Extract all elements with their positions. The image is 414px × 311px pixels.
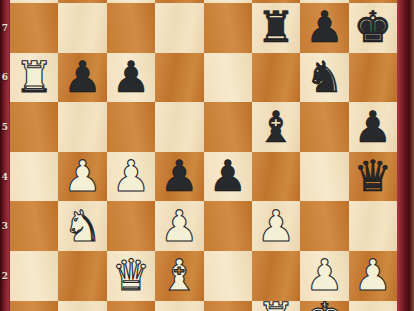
board-left-border — [0, 0, 10, 311]
square-c1[interactable] — [107, 301, 155, 311]
square-e3[interactable] — [204, 201, 252, 251]
piece-black-bishop-f5[interactable]: ♝ — [257, 106, 296, 149]
piece-black-pawn-e4[interactable]: ♟ — [208, 155, 247, 198]
piece-black-pawn-c6[interactable]: ♟ — [112, 56, 151, 99]
piece-white-pawn-c4[interactable]: ♟ — [112, 155, 151, 198]
square-e7[interactable] — [204, 3, 252, 53]
piece-black-queen-h4[interactable]: ♛ — [354, 155, 393, 198]
square-g3[interactable] — [300, 201, 348, 251]
square-b2[interactable] — [58, 251, 106, 301]
rank-label-4: 4 — [0, 171, 10, 183]
square-h6[interactable] — [349, 53, 397, 103]
piece-white-pawn-g2[interactable]: ♟ — [305, 254, 344, 297]
square-g5[interactable] — [300, 102, 348, 152]
square-f1[interactable]: ♜ — [252, 301, 300, 311]
square-a7[interactable] — [10, 3, 58, 53]
square-d4[interactable]: ♟ — [155, 152, 203, 202]
square-c6[interactable]: ♟ — [107, 53, 155, 103]
rank-label-7: 7 — [0, 22, 10, 34]
square-a3[interactable] — [10, 201, 58, 251]
square-e2[interactable] — [204, 251, 252, 301]
square-d6[interactable] — [155, 53, 203, 103]
piece-white-rook-a6[interactable]: ♜ — [15, 56, 54, 99]
rank-label-3: 3 — [0, 220, 10, 232]
square-a4[interactable] — [10, 152, 58, 202]
piece-white-pawn-f3[interactable]: ♟ — [257, 205, 296, 248]
piece-black-pawn-d4[interactable]: ♟ — [160, 155, 199, 198]
piece-black-pawn-g7[interactable]: ♟ — [305, 6, 344, 49]
piece-black-knight-g6[interactable]: ♞ — [305, 56, 344, 99]
rank-label-5: 5 — [0, 121, 10, 133]
square-e1[interactable] — [204, 301, 252, 311]
square-b3[interactable]: ♞ — [58, 201, 106, 251]
square-c4[interactable]: ♟ — [107, 152, 155, 202]
square-a2[interactable] — [10, 251, 58, 301]
square-h1[interactable] — [349, 301, 397, 311]
rank-label-2: 2 — [0, 270, 10, 282]
square-g7[interactable]: ♟ — [300, 3, 348, 53]
chess-board-diagram: ♜♟♚♜♟♟♞♝♟♟♟♟♟♛♞♟♟♛♝♟♟♜♚ 765432 — [0, 0, 414, 311]
square-f3[interactable]: ♟ — [252, 201, 300, 251]
piece-white-knight-b3[interactable]: ♞ — [63, 205, 102, 248]
square-f4[interactable] — [252, 152, 300, 202]
square-h3[interactable] — [349, 201, 397, 251]
square-f6[interactable] — [252, 53, 300, 103]
square-b4[interactable]: ♟ — [58, 152, 106, 202]
square-a6[interactable]: ♜ — [10, 53, 58, 103]
square-h2[interactable]: ♟ — [349, 251, 397, 301]
square-g6[interactable]: ♞ — [300, 53, 348, 103]
piece-black-pawn-h5[interactable]: ♟ — [354, 106, 393, 149]
chess-board: ♜♟♚♜♟♟♞♝♟♟♟♟♟♛♞♟♟♛♝♟♟♜♚ — [10, 0, 397, 311]
piece-white-king-g1[interactable]: ♚ — [305, 297, 344, 311]
piece-white-pawn-d3[interactable]: ♟ — [160, 205, 199, 248]
square-b6[interactable]: ♟ — [58, 53, 106, 103]
rank-label-6: 6 — [0, 71, 10, 83]
square-d7[interactable] — [155, 3, 203, 53]
square-a1[interactable] — [10, 301, 58, 311]
piece-black-rook-f7[interactable]: ♜ — [257, 6, 296, 49]
square-g1[interactable]: ♚ — [300, 301, 348, 311]
square-h4[interactable]: ♛ — [349, 152, 397, 202]
piece-black-pawn-b6[interactable]: ♟ — [63, 56, 102, 99]
piece-white-rook-f1[interactable]: ♜ — [257, 297, 296, 311]
square-h5[interactable]: ♟ — [349, 102, 397, 152]
board-right-border — [397, 0, 414, 311]
square-d2[interactable]: ♝ — [155, 251, 203, 301]
square-b7[interactable] — [58, 3, 106, 53]
square-f5[interactable]: ♝ — [252, 102, 300, 152]
square-f7[interactable]: ♜ — [252, 3, 300, 53]
piece-white-pawn-b4[interactable]: ♟ — [63, 155, 102, 198]
square-e6[interactable] — [204, 53, 252, 103]
square-b1[interactable] — [58, 301, 106, 311]
square-e5[interactable] — [204, 102, 252, 152]
square-a5[interactable] — [10, 102, 58, 152]
square-d3[interactable]: ♟ — [155, 201, 203, 251]
square-d5[interactable] — [155, 102, 203, 152]
square-h7[interactable]: ♚ — [349, 3, 397, 53]
piece-white-queen-c2[interactable]: ♛ — [112, 254, 151, 297]
square-c2[interactable]: ♛ — [107, 251, 155, 301]
piece-white-bishop-d2[interactable]: ♝ — [160, 254, 199, 297]
square-c5[interactable] — [107, 102, 155, 152]
square-c7[interactable] — [107, 3, 155, 53]
square-c3[interactable] — [107, 201, 155, 251]
square-e4[interactable]: ♟ — [204, 152, 252, 202]
piece-black-king-h7[interactable]: ♚ — [354, 6, 393, 49]
square-d1[interactable] — [155, 301, 203, 311]
square-g4[interactable] — [300, 152, 348, 202]
square-b5[interactable] — [58, 102, 106, 152]
piece-white-pawn-h2[interactable]: ♟ — [354, 254, 393, 297]
